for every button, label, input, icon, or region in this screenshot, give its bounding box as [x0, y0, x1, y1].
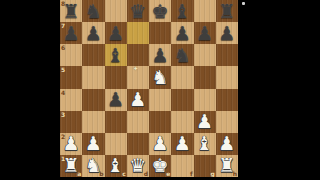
black-pawn-f7[interactable]: ♟ [171, 22, 193, 44]
black-pawn-h7[interactable]: ♟ [216, 22, 238, 44]
square-d5[interactable]: ✦ [127, 66, 149, 88]
square-e3[interactable] [149, 111, 171, 133]
rank-label-3: 3 [61, 111, 65, 118]
square-b7[interactable]: ♟ [82, 22, 104, 44]
square-g1[interactable]: g [194, 155, 216, 177]
square-h2[interactable]: ♟ [216, 133, 238, 155]
square-h1[interactable]: h♜ [216, 155, 238, 177]
square-g3[interactable]: ♟ [194, 111, 216, 133]
square-g4[interactable] [194, 89, 216, 111]
square-b5[interactable] [82, 66, 104, 88]
square-f4[interactable] [171, 89, 193, 111]
square-d8[interactable]: ♛ [127, 0, 149, 22]
white-bishop-g2[interactable]: ♝ [194, 133, 216, 155]
black-pawn-b7[interactable]: ♟ [82, 22, 104, 44]
square-f8[interactable]: ♝ [171, 0, 193, 22]
square-b2[interactable]: ♟ [82, 133, 104, 155]
video-artifact-dot [242, 2, 245, 5]
black-rook-a8[interactable]: ♜ [60, 0, 82, 22]
square-h4[interactable] [216, 89, 238, 111]
square-e6[interactable]: ♟ [149, 44, 171, 66]
square-f3[interactable] [171, 111, 193, 133]
black-pawn-e6[interactable]: ♟ [149, 44, 171, 66]
square-c1[interactable]: c♝ [105, 155, 127, 177]
rank-label-6: 6 [61, 44, 65, 51]
white-rook-h1[interactable]: ♜ [216, 155, 238, 177]
square-a2[interactable]: 2♟ [60, 133, 82, 155]
black-queen-d8[interactable]: ♛ [127, 0, 149, 22]
square-c7[interactable]: ♟ [105, 22, 127, 44]
square-d2[interactable] [127, 133, 149, 155]
white-king-e1[interactable]: ♚ [149, 155, 171, 177]
square-e4[interactable] [149, 89, 171, 111]
square-d1[interactable]: d♛ [127, 155, 149, 177]
square-e8[interactable]: ♚ [149, 0, 171, 22]
white-pawn-b2[interactable]: ♟ [82, 133, 104, 155]
square-a4[interactable]: 4 [60, 89, 82, 111]
square-a8[interactable]: 8♜ [60, 0, 82, 22]
black-bishop-f8[interactable]: ♝ [171, 0, 193, 22]
square-c8[interactable] [105, 0, 127, 22]
black-bishop-c6[interactable]: ♝ [105, 44, 127, 66]
white-pawn-f2[interactable]: ♟ [171, 133, 193, 155]
square-a3[interactable]: 3 [60, 111, 82, 133]
square-g6[interactable] [194, 44, 216, 66]
square-h3[interactable] [216, 111, 238, 133]
white-bishop-c1[interactable]: ♝ [105, 155, 127, 177]
square-f1[interactable]: f [171, 155, 193, 177]
square-f6[interactable]: ♞ [171, 44, 193, 66]
white-pawn-h2[interactable]: ♟ [216, 133, 238, 155]
square-c6[interactable]: ♝ [105, 44, 127, 66]
white-knight-e5[interactable]: ♞ [149, 66, 171, 88]
square-h8[interactable]: ♜ [216, 0, 238, 22]
square-g7[interactable]: ♟ [194, 22, 216, 44]
square-a1[interactable]: 1a♜ [60, 155, 82, 177]
cursor-sparkle-icon: ✦ [133, 66, 139, 73]
chess-board[interactable]: 8♜♞♛♚♝♜7♟♟♟♟♟♟6♝♟♞5✦♞4♟♟3♟2♟♟♟♟♝♟1a♜b♞c♝… [60, 0, 238, 177]
square-d3[interactable] [127, 111, 149, 133]
square-e5[interactable]: ♞ [149, 66, 171, 88]
square-a7[interactable]: 7♟ [60, 22, 82, 44]
square-h5[interactable] [216, 66, 238, 88]
square-e7[interactable] [149, 22, 171, 44]
square-h6[interactable] [216, 44, 238, 66]
file-label-f: f [190, 170, 193, 177]
black-pawn-g7[interactable]: ♟ [194, 22, 216, 44]
white-pawn-d4[interactable]: ♟ [127, 89, 149, 111]
black-pawn-c7[interactable]: ♟ [105, 22, 127, 44]
square-d6[interactable] [127, 44, 149, 66]
white-rook-a1[interactable]: ♜ [60, 155, 82, 177]
black-pawn-c4[interactable]: ♟ [105, 89, 127, 111]
square-b1[interactable]: b♞ [82, 155, 104, 177]
rank-label-5: 5 [61, 66, 65, 73]
square-f5[interactable] [171, 66, 193, 88]
square-d7[interactable] [127, 22, 149, 44]
square-e1[interactable]: e♚ [149, 155, 171, 177]
white-pawn-a2[interactable]: ♟ [60, 133, 82, 155]
square-b6[interactable] [82, 44, 104, 66]
black-knight-b8[interactable]: ♞ [82, 0, 104, 22]
white-pawn-e2[interactable]: ♟ [149, 133, 171, 155]
square-f7[interactable]: ♟ [171, 22, 193, 44]
square-f2[interactable]: ♟ [171, 133, 193, 155]
video-frame: { "game": "chess", "position": { "fen": … [0, 0, 320, 180]
square-b4[interactable] [82, 89, 104, 111]
square-c3[interactable] [105, 111, 127, 133]
square-a5[interactable]: 5 [60, 66, 82, 88]
file-label-g: g [210, 170, 214, 177]
black-rook-h8[interactable]: ♜ [216, 0, 238, 22]
square-g8[interactable] [194, 0, 216, 22]
square-b3[interactable] [82, 111, 104, 133]
square-c4[interactable]: ♟ [105, 89, 127, 111]
black-knight-f6[interactable]: ♞ [171, 44, 193, 66]
white-pawn-g3[interactable]: ♟ [194, 111, 216, 133]
square-b8[interactable]: ♞ [82, 0, 104, 22]
white-queen-d1[interactable]: ♛ [127, 155, 149, 177]
rank-label-4: 4 [61, 89, 65, 96]
square-g5[interactable] [194, 66, 216, 88]
square-h7[interactable]: ♟ [216, 22, 238, 44]
white-knight-b1[interactable]: ♞ [82, 155, 104, 177]
square-d4[interactable]: ♟ [127, 89, 149, 111]
square-a6[interactable]: 6 [60, 44, 82, 66]
square-c5[interactable] [105, 66, 127, 88]
square-c2[interactable] [105, 133, 127, 155]
black-king-e8[interactable]: ♚ [149, 0, 171, 22]
black-pawn-a7[interactable]: ♟ [60, 22, 82, 44]
square-e2[interactable]: ♟ [149, 133, 171, 155]
square-g2[interactable]: ♝ [194, 133, 216, 155]
